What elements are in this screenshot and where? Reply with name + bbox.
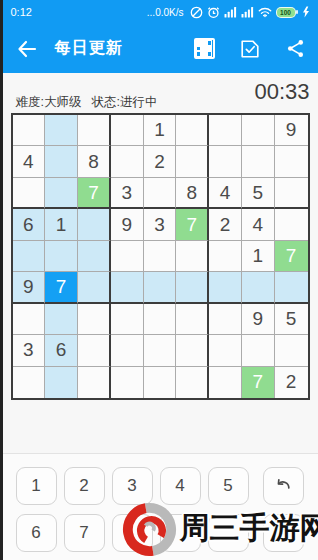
sudoku-cell[interactable]: 1 [144,115,177,146]
sudoku-cell[interactable] [13,367,46,398]
signal-sim1-icon [224,6,237,18]
sudoku-cell[interactable] [111,304,144,335]
keypad-row-1: 12345 [16,467,304,505]
sudoku-cell[interactable] [209,146,242,177]
sudoku-board: 194827384561937241797953672 [11,113,310,400]
sudoku-cell[interactable] [209,367,242,398]
sudoku-cell[interactable]: 9 [13,272,46,303]
check-answer-button[interactable] [239,38,261,60]
keypad-button-1[interactable]: 1 [16,467,57,505]
sudoku-cell[interactable] [275,178,308,209]
sudoku-cell[interactable] [111,335,144,366]
app-bar: 每日更新 [3,24,318,73]
sudoku-cell[interactable]: 4 [242,209,275,240]
app-screen: 0:12 ...0.0K/s 100 [3,0,318,560]
sudoku-cell[interactable] [242,335,275,366]
sudoku-cell[interactable]: 3 [13,335,46,366]
sudoku-cell[interactable] [275,209,308,240]
sudoku-cell[interactable] [144,272,177,303]
keypad-row-2: 67 [16,514,304,552]
sudoku-cell[interactable]: 4 [13,146,46,177]
sudoku-cell[interactable]: 6 [13,209,46,240]
keypad-button-5[interactable]: 5 [208,467,249,505]
sudoku-cell[interactable] [209,304,242,335]
sudoku-cell[interactable]: 4 [209,178,242,209]
keypad-button-2[interactable]: 2 [64,467,105,505]
sudoku-cell[interactable] [209,335,242,366]
page-title: 每日更新 [55,38,123,59]
sudoku-cell[interactable] [176,146,209,177]
sudoku-cell[interactable] [275,335,308,366]
keypad-button-7[interactable]: 7 [64,514,105,552]
keypad-button-hidden[interactable] [208,514,249,552]
sudoku-cell[interactable] [111,146,144,177]
sudoku-cell[interactable] [176,367,209,398]
sudoku-cell[interactable] [275,272,308,303]
battery-level-text: 100 [276,7,296,18]
board-list-button[interactable] [194,38,215,59]
game-status-label: 状态:进行中 [91,95,157,109]
sudoku-cell[interactable] [144,304,177,335]
sudoku-cell[interactable]: 1 [242,241,275,272]
keypad-button-6[interactable]: 6 [16,514,57,552]
sudoku-cell[interactable] [275,146,308,177]
keypad-button-hidden[interactable] [160,514,201,552]
sudoku-cell[interactable] [13,115,46,146]
sudoku-cell[interactable]: 2 [144,146,177,177]
sudoku-cell[interactable] [176,304,209,335]
sudoku-cell[interactable] [242,146,275,177]
sudoku-cell[interactable] [78,209,111,240]
sudoku-cell[interactable] [78,304,111,335]
keypad-button-hidden[interactable] [112,514,153,552]
info-row: 难度:大师级状态:进行中 00:33 [3,73,318,113]
sudoku-cell[interactable] [242,115,275,146]
sudoku-cell[interactable] [111,272,144,303]
keypad-area: 12345 67 [3,453,318,560]
sudoku-cell[interactable]: 8 [176,178,209,209]
sudoku-cell[interactable] [111,241,144,272]
sudoku-cell[interactable] [45,367,78,398]
sudoku-cell[interactable] [111,367,144,398]
sudoku-cell[interactable] [144,335,177,366]
sudoku-cell[interactable] [144,241,177,272]
sudoku-cell[interactable]: 2 [275,367,308,398]
sudoku-cell[interactable]: 8 [78,146,111,177]
sudoku-cell[interactable]: 6 [45,335,78,366]
sudoku-cell[interactable] [45,178,78,209]
keypad-button-hidden[interactable] [263,514,304,552]
sudoku-cell[interactable] [45,241,78,272]
sudoku-cell[interactable] [45,304,78,335]
status-bar: 0:12 ...0.0K/s 100 [3,0,318,24]
sudoku-cell[interactable] [111,115,144,146]
sudoku-cell[interactable] [13,178,46,209]
timer-text: 00:33 [254,79,309,105]
wifi-icon [258,7,272,18]
keypad-button-4[interactable]: 4 [160,467,201,505]
sudoku-cell[interactable] [78,272,111,303]
sudoku-cell[interactable]: 7 [45,272,78,303]
sudoku-cell[interactable] [78,367,111,398]
sudoku-cell[interactable] [176,115,209,146]
sudoku-cell[interactable] [242,272,275,303]
sudoku-cell[interactable]: 9 [242,304,275,335]
sudoku-cell[interactable]: 7 [78,178,111,209]
sudoku-cell[interactable] [209,115,242,146]
sudoku-cell[interactable]: 5 [242,178,275,209]
sudoku-cell[interactable]: 5 [275,304,308,335]
alarm-icon [207,6,220,19]
keypad-button-3[interactable]: 3 [112,467,153,505]
sudoku-cell[interactable] [78,335,111,366]
sudoku-cell[interactable] [176,335,209,366]
sudoku-cell[interactable] [144,367,177,398]
sudoku-cell[interactable] [78,115,111,146]
sudoku-cell[interactable] [209,272,242,303]
sudoku-cell[interactable] [176,241,209,272]
sudoku-cell[interactable]: 7 [176,209,209,240]
sudoku-cell[interactable]: 1 [45,209,78,240]
undo-icon [273,476,293,496]
sudoku-cell[interactable]: 9 [275,115,308,146]
sudoku-cell[interactable]: 7 [275,241,308,272]
sudoku-cell[interactable]: 3 [144,209,177,240]
share-button[interactable] [285,38,306,59]
sudoku-cell[interactable] [209,241,242,272]
charging-bolt-icon [302,6,310,18]
mute-icon [190,6,203,19]
sudoku-cell[interactable] [176,272,209,303]
signal-sim2-icon [241,6,254,18]
sudoku-cell[interactable] [45,115,78,146]
sudoku-cell[interactable] [13,304,46,335]
sudoku-cell[interactable] [78,241,111,272]
sudoku-cell[interactable]: 9 [111,209,144,240]
sudoku-cell[interactable] [45,146,78,177]
difficulty-label: 难度:大师级 [16,95,82,109]
network-speed-text: ...0.0K/s [147,7,184,18]
sudoku-cell[interactable]: 2 [209,209,242,240]
clock-text: 0:12 [11,6,32,18]
sudoku-cell[interactable]: 3 [111,178,144,209]
battery-icon: 100 [276,7,298,18]
sudoku-cell[interactable] [144,178,177,209]
sudoku-cell[interactable]: 7 [242,367,275,398]
undo-button[interactable] [263,467,304,505]
back-button[interactable] [15,37,39,61]
sudoku-cell[interactable] [13,241,46,272]
